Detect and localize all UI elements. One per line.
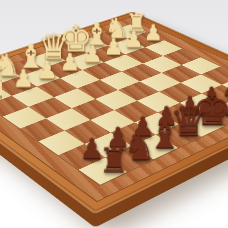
square-d1[interactable]: ♛	[28, 52, 66, 69]
square-g2[interactable]: ♟	[108, 39, 145, 55]
piece-white-knight: ♞	[99, 14, 134, 42]
piece-white-pawn: ♟	[74, 43, 112, 66]
piece-white-king: ♚	[57, 20, 94, 57]
square-h3[interactable]	[145, 40, 182, 56]
square-d2[interactable]: ♟	[43, 61, 82, 79]
square-b1[interactable]: ♞	[0, 67, 20, 85]
square-h1[interactable]: ♜	[111, 24, 147, 38]
square-f4[interactable]	[121, 64, 161, 82]
square-h5[interactable]	[181, 57, 220, 74]
square-e2[interactable]: ♟	[66, 53, 104, 70]
piece-white-pawn: ♟	[116, 29, 152, 51]
piece-white-rook: ♜	[0, 61, 3, 89]
piece-white-pawn: ♟	[136, 22, 172, 43]
board-grid: ♜♞♝♛♚♝♞♜♟♟♟♟♟♟♟♟♟♟♟♟♟♟♟♟♜♞♝♛♚♝♞♜	[0, 24, 228, 184]
piece-white-queen: ♛	[35, 28, 73, 64]
piece-white-rook: ♜	[119, 11, 154, 35]
square-h6[interactable]	[201, 67, 228, 85]
piece-white-knight: ♞	[0, 50, 27, 80]
piece-white-bishop: ♝	[79, 18, 115, 49]
square-g4[interactable]	[142, 56, 181, 73]
piece-white-pawn: ♟	[28, 58, 67, 82]
square-f1[interactable]: ♝	[71, 37, 108, 53]
square-e3[interactable]	[82, 62, 121, 80]
square-d3[interactable]	[60, 70, 100, 88]
square-h2[interactable]: ♟	[128, 32, 164, 47]
square-e1[interactable]: ♚	[50, 44, 87, 60]
square-g3[interactable]	[125, 47, 163, 63]
piece-white-pawn: ♟	[3, 67, 43, 91]
square-c1[interactable]: ♝	[5, 59, 44, 76]
square-c2[interactable]: ♟	[20, 68, 60, 86]
square-f2[interactable]: ♟	[87, 46, 125, 62]
square-g6[interactable]	[181, 75, 222, 94]
square-f5[interactable]	[140, 73, 181, 92]
square-e4[interactable]	[100, 71, 140, 90]
piece-white-pawn: ♟	[51, 50, 89, 73]
square-g1[interactable]: ♞	[91, 31, 127, 46]
chess-board: ♜♞♝♛♚♝♞♜♟♟♟♟♟♟♟♟♟♟♟♟♟♟♟♟♜♞♝♛♚♝♞♜	[0, 12, 228, 215]
product-photo: ♜♞♝♛♚♝♞♜♟♟♟♟♟♟♟♟♟♟♟♟♟♟♟♟♜♞♝♛♚♝♞♜	[0, 0, 228, 228]
square-h4[interactable]	[163, 49, 201, 65]
square-g5[interactable]	[161, 65, 201, 83]
chess-set-scene: ♜♞♝♛♚♝♞♜♟♟♟♟♟♟♟♟♟♟♟♟♟♟♟♟♜♞♝♛♚♝♞♜	[0, 0, 228, 228]
square-f3[interactable]	[104, 54, 143, 71]
piece-black-pawn: ♟	[212, 75, 228, 100]
piece-white-bishop: ♝	[12, 39, 50, 72]
piece-white-pawn: ♟	[95, 36, 132, 58]
